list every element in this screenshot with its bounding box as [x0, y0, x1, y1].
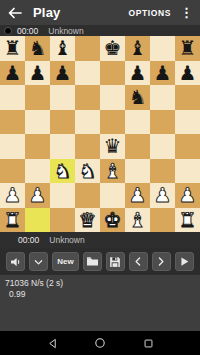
nav-back-icon[interactable] [46, 337, 59, 350]
white-pawn-h2: ♟ [175, 183, 200, 208]
square-h6[interactable] [175, 85, 200, 110]
square-a5[interactable] [0, 110, 25, 135]
square-g3[interactable] [150, 159, 175, 184]
white-player-name: Unknown [49, 235, 84, 245]
square-e1[interactable]: ♚ [100, 208, 125, 233]
white-clock-time: 00:00 [18, 235, 39, 245]
square-d5[interactable] [75, 110, 100, 135]
square-h1[interactable]: ♜ [175, 208, 200, 233]
black-pawn-b7: ♟ [25, 61, 50, 86]
white-king-e1: ♚ [100, 208, 125, 233]
square-c8[interactable]: ♝ [50, 36, 75, 61]
save-button[interactable] [106, 252, 125, 271]
engine-panel: New [0, 248, 200, 331]
white-pawn-f2: ♟ [125, 183, 150, 208]
square-a8[interactable]: ♜ [0, 36, 25, 61]
expand-button[interactable] [29, 252, 48, 271]
square-f6[interactable]: ♞ [125, 85, 150, 110]
engine-eval-text: 0.99 [5, 289, 195, 300]
black-king-e8: ♚ [100, 36, 125, 61]
white-rook-a1: ♜ [0, 208, 25, 233]
square-a1[interactable]: ♜ [0, 208, 25, 233]
speaker-icon [9, 256, 22, 268]
square-h3[interactable] [175, 159, 200, 184]
square-d8[interactable] [75, 36, 100, 61]
app-bar: Play OPTIONS ⋮ [0, 0, 200, 25]
white-bishop-f1: ♝ [125, 208, 150, 233]
square-b5[interactable] [25, 110, 50, 135]
prev-move-button[interactable] [129, 252, 148, 271]
square-g1[interactable] [150, 208, 175, 233]
square-h8[interactable]: ♜ [175, 36, 200, 61]
square-e3[interactable]: ♝ [100, 159, 125, 184]
chevron-right-icon [156, 256, 166, 267]
black-bishop-f8: ♝ [125, 36, 150, 61]
options-button[interactable]: OPTIONS [127, 4, 173, 22]
engine-output: 71036 N/s (2 s) 0.99 [0, 275, 200, 300]
chess-board: ♜♞♝♚♝♜♟♟♟♟♟♟♞♛♞♞♝♟♟♟♟♟♜♛♚♝♜ [0, 36, 200, 232]
square-d7[interactable] [75, 61, 100, 86]
new-game-button[interactable]: New [52, 252, 78, 271]
square-f3[interactable] [125, 159, 150, 184]
play-button[interactable] [175, 252, 194, 271]
square-a7[interactable]: ♟ [0, 61, 25, 86]
square-a4[interactable] [0, 134, 25, 159]
square-d4[interactable] [75, 134, 100, 159]
white-pawn-a2: ♟ [0, 183, 25, 208]
back-arrow-icon[interactable] [6, 4, 24, 22]
black-pawn-f7: ♟ [125, 61, 150, 86]
square-h7[interactable]: ♟ [175, 61, 200, 86]
black-pawn-g7: ♟ [150, 61, 175, 86]
square-d6[interactable] [75, 85, 100, 110]
square-a6[interactable] [0, 85, 25, 110]
square-f8[interactable]: ♝ [125, 36, 150, 61]
square-f1[interactable]: ♝ [125, 208, 150, 233]
square-g6[interactable] [150, 85, 175, 110]
square-g4[interactable] [150, 134, 175, 159]
square-b4[interactable] [25, 134, 50, 159]
white-queen-d1: ♛ [75, 208, 100, 233]
square-a3[interactable] [0, 159, 25, 184]
chevron-down-icon [33, 257, 44, 267]
white-clock-row: 00:00 Unknown [0, 232, 200, 248]
square-g7[interactable]: ♟ [150, 61, 175, 86]
nav-home-icon[interactable] [94, 337, 107, 350]
square-c4[interactable] [50, 134, 75, 159]
square-c7[interactable]: ♟ [50, 61, 75, 86]
square-e5[interactable] [100, 110, 125, 135]
white-knight-d3: ♞ [75, 159, 100, 184]
square-g5[interactable] [150, 110, 175, 135]
square-e4[interactable]: ♛ [100, 134, 125, 159]
black-player-name: Unknown [48, 26, 83, 36]
square-g2[interactable]: ♟ [150, 183, 175, 208]
square-h5[interactable] [175, 110, 200, 135]
play-icon [179, 256, 190, 267]
black-knight-b8: ♞ [25, 36, 50, 61]
square-f2[interactable]: ♟ [125, 183, 150, 208]
square-a2[interactable]: ♟ [0, 183, 25, 208]
square-c3[interactable]: ♞ [50, 159, 75, 184]
android-nav-bar [0, 331, 200, 355]
square-d2[interactable] [75, 183, 100, 208]
new-game-label: New [55, 257, 75, 266]
square-h2[interactable]: ♟ [175, 183, 200, 208]
open-button[interactable] [83, 252, 102, 271]
black-rook-h8: ♜ [175, 36, 200, 61]
square-f5[interactable] [125, 110, 150, 135]
square-b1[interactable] [25, 208, 50, 233]
square-g8[interactable] [150, 36, 175, 61]
open-folder-icon [86, 256, 99, 267]
white-pawn-b2: ♟ [25, 183, 50, 208]
white-rook-h1: ♜ [175, 208, 200, 233]
black-pawn-a7: ♟ [0, 61, 25, 86]
black-pawn-h7: ♟ [175, 61, 200, 86]
white-bishop-e3: ♝ [100, 159, 125, 184]
square-e8[interactable]: ♚ [100, 36, 125, 61]
square-e7[interactable] [100, 61, 125, 86]
square-f4[interactable] [125, 134, 150, 159]
toolbar: New [0, 248, 200, 275]
square-e2[interactable] [100, 183, 125, 208]
square-f7[interactable]: ♟ [125, 61, 150, 86]
square-e6[interactable] [100, 85, 125, 110]
black-clock-time: 00:00 [17, 26, 38, 36]
square-c6[interactable] [50, 85, 75, 110]
side-to-move-indicator [4, 27, 12, 35]
square-b7[interactable]: ♟ [25, 61, 50, 86]
square-b6[interactable] [25, 85, 50, 110]
page-title: Play [33, 5, 61, 20]
square-c5[interactable] [50, 110, 75, 135]
black-queen-e4: ♛ [100, 134, 125, 159]
next-move-button[interactable] [152, 252, 171, 271]
square-b8[interactable]: ♞ [25, 36, 50, 61]
square-d3[interactable]: ♞ [75, 159, 100, 184]
black-clock-row: 00:00 Unknown [0, 25, 200, 36]
black-rook-a8: ♜ [0, 36, 25, 61]
chevron-left-icon [133, 256, 143, 267]
engine-speed-text: 71036 N/s (2 s) [5, 278, 195, 289]
save-floppy-icon [109, 256, 121, 268]
black-pawn-c7: ♟ [50, 61, 75, 86]
overflow-menu-icon[interactable]: ⋮ [173, 6, 194, 20]
square-b3[interactable] [25, 159, 50, 184]
sound-button[interactable] [6, 252, 25, 271]
chess-app-screen: Play OPTIONS ⋮ 00:00 Unknown ♜♞♝♚♝♜♟♟♟♟♟… [0, 0, 200, 355]
square-c2[interactable] [50, 183, 75, 208]
square-b2[interactable]: ♟ [25, 183, 50, 208]
nav-recents-icon[interactable] [142, 337, 155, 350]
white-pawn-g2: ♟ [150, 183, 175, 208]
square-c1[interactable] [50, 208, 75, 233]
white-knight-c3: ♞ [50, 159, 75, 184]
black-knight-f6: ♞ [125, 85, 150, 110]
square-d1[interactable]: ♛ [75, 208, 100, 233]
black-bishop-c8: ♝ [50, 36, 75, 61]
square-h4[interactable] [175, 134, 200, 159]
